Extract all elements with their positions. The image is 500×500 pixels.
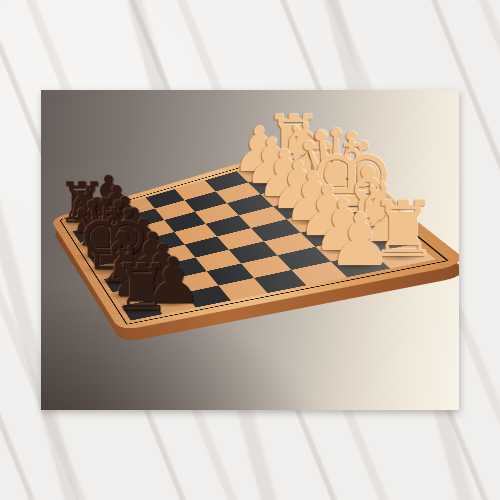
piece-white-pawn-h2: ♟ bbox=[327, 204, 392, 277]
postcard: ♜♞♝♛♚♝♞♜♟♟♟♟♟♟♟♟♟♟♟♟♟♟♟♟♜♞♝♛♚♝♞♜ bbox=[41, 90, 459, 410]
marble-surface: { "scene": { "kind": "postcard product p… bbox=[0, 0, 500, 500]
pieces-layer: ♜♞♝♛♚♝♞♜♟♟♟♟♟♟♟♟♟♟♟♟♟♟♟♟♜♞♝♛♚♝♞♜ bbox=[41, 90, 459, 410]
chess-photo: ♜♞♝♛♚♝♞♜♟♟♟♟♟♟♟♟♟♟♟♟♟♟♟♟♜♞♝♛♚♝♞♜ bbox=[41, 90, 459, 410]
piece-black-rook-h8: ♜ bbox=[112, 256, 170, 321]
